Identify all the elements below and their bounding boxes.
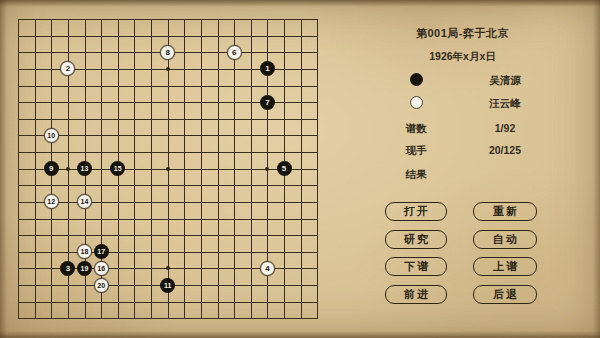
open-button[interactable]: 打开	[385, 202, 447, 221]
result-label: 结果	[385, 168, 447, 182]
stone-6: 6	[227, 45, 242, 60]
white-stone-icon	[410, 96, 423, 109]
star-point	[166, 67, 170, 71]
stone-11: 11	[160, 278, 175, 293]
auto-button[interactable]: 自动	[473, 230, 537, 249]
stone-3: 3	[60, 261, 75, 276]
black-stone-icon	[410, 73, 423, 86]
go-board[interactable]: 1234567891011121314151617181920	[18, 19, 318, 319]
study-button[interactable]: 研究	[385, 230, 447, 249]
current-move-label: 现手	[385, 144, 447, 158]
grid-line-horizontal	[18, 235, 318, 236]
grid-line-horizontal	[18, 202, 318, 203]
stone-15: 15	[110, 161, 125, 176]
app-window: 1234567891011121314151617181920 第001局-弈于…	[0, 0, 600, 338]
grid-line-vertical	[184, 19, 185, 319]
grid-line-vertical	[201, 19, 202, 319]
stone-9: 9	[44, 161, 59, 176]
grid-line-horizontal	[18, 252, 318, 253]
grid-line-horizontal	[18, 318, 318, 319]
grid-line-vertical	[234, 19, 235, 319]
star-point	[265, 167, 269, 171]
restart-button[interactable]: 重新	[473, 202, 537, 221]
stone-2: 2	[60, 61, 75, 76]
stone-16: 16	[94, 261, 109, 276]
black-player-name: 吴清源	[460, 74, 550, 88]
stone-19: 19	[77, 261, 92, 276]
star-point	[66, 167, 70, 171]
grid-line-horizontal	[18, 302, 318, 303]
stone-13: 13	[77, 161, 92, 176]
forward-button[interactable]: 前进	[385, 285, 447, 304]
grid-line-horizontal	[18, 185, 318, 186]
game-date: 1926年x月x日	[340, 50, 585, 64]
star-point	[166, 266, 170, 270]
stone-10: 10	[44, 128, 59, 143]
current-move-value: 20/125	[460, 144, 550, 156]
stone-8: 8	[160, 45, 175, 60]
grid-line-vertical	[301, 19, 302, 319]
stone-7: 7	[260, 95, 275, 110]
star-point	[166, 167, 170, 171]
stone-1: 1	[260, 61, 275, 76]
grid-line-vertical	[218, 19, 219, 319]
stone-18: 18	[77, 244, 92, 259]
prev-record-button[interactable]: 上谱	[473, 257, 537, 276]
record-count-label: 谱数	[385, 122, 447, 136]
grid-line-vertical	[317, 19, 318, 319]
stone-17: 17	[94, 244, 109, 259]
record-count-value: 1/92	[460, 122, 550, 134]
grid-line-vertical	[251, 19, 252, 319]
stone-20: 20	[94, 278, 109, 293]
stone-4: 4	[260, 261, 275, 276]
stone-14: 14	[77, 194, 92, 209]
next-record-button[interactable]: 下谱	[385, 257, 447, 276]
game-title: 第001局-弈于北京	[340, 26, 585, 41]
white-player-name: 汪云峰	[460, 97, 550, 111]
grid-line-horizontal	[18, 219, 318, 220]
stone-5: 5	[277, 161, 292, 176]
stone-12: 12	[44, 194, 59, 209]
back-button[interactable]: 后退	[473, 285, 537, 304]
